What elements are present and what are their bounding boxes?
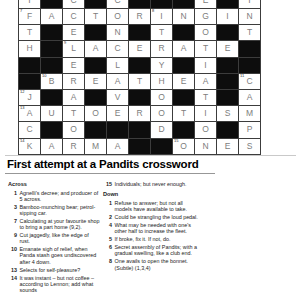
letter-cell[interactable]: O [63,122,84,137]
cell-letter: F [27,12,32,21]
cell-letter: O [70,125,77,134]
cell-letter: E [71,28,77,37]
letter-cell[interactable]: O [195,25,216,40]
letter-cell[interactable]: U [41,106,62,121]
black-cell [173,90,194,105]
black-cell [85,90,106,105]
letter-cell[interactable]: E [129,41,150,56]
letter-cell[interactable]: A [63,90,84,105]
letter-cell[interactable]: H [151,74,172,89]
clue-num: 8 [103,258,115,270]
clue-item: 15Individuals; but never enough. [103,181,198,187]
cell-letter: C [114,44,120,53]
letter-cell[interactable]: E [63,58,84,73]
black-cell [217,122,238,137]
letter-cell[interactable]: 13A [19,106,40,121]
cell-letter: A [49,142,55,151]
cell-letter: J [27,93,31,102]
cell-letter: O [114,12,121,21]
cell-letter: A [203,77,209,86]
cell-letter: L [71,44,76,53]
clue-item: 2Could be strangling the loud pedal. [103,214,198,220]
letter-cell[interactable]: C [19,122,40,137]
cell-letter: I [204,61,206,70]
letter-cell[interactable]: T [239,25,260,40]
cell-letter: L [115,61,120,70]
cell-letter: T [181,109,186,118]
cell-letter: A [27,109,33,118]
letter-cell[interactable]: A [173,41,194,56]
cell-letter: H [26,44,32,53]
black-cell [41,122,62,137]
clue-item: 8One avails to open the bonnet. (Subtle)… [103,258,198,270]
cell-letter: T [159,28,164,37]
cell-letter: O [92,109,99,118]
cell-letter: E [93,77,99,86]
cell-letter: E [203,0,209,5]
black-cell [129,90,150,105]
clue-text: Selects for self-pleasure? [20,267,101,273]
letter-cell[interactable]: 14K [19,139,40,154]
letter-cell[interactable]: O [195,122,216,137]
letter-cell[interactable]: T [151,25,172,40]
cell-clue-number: 9 [64,41,66,46]
clue-item: 14It was instant – but not coffee – acco… [8,275,100,293]
cell-letter: E [225,142,231,151]
clue-text: Cut jaggedly, like the edge of rust. [20,232,101,244]
black-cell [41,0,62,8]
black-cell [19,74,40,89]
cell-letter: N [246,12,252,21]
across-clues-list: 1Agnelli's decree; and producer of 5 acr… [8,190,100,293]
clue-item: 1Agnelli's decree; and producer of 5 acr… [8,190,100,202]
cell-letter: P [247,125,253,134]
black-cell [151,0,172,8]
cell-letter: R [136,109,142,118]
cell-letter: C [70,12,76,21]
black-cell [173,58,194,73]
down-header: Down [103,191,198,197]
cell-letter: A [71,93,77,102]
clue-text: Refuse to answer; but not all models hav… [115,200,199,212]
clue-num: 10 [8,246,20,264]
cell-letter: A [247,93,253,102]
letter-cell[interactable]: A [239,90,260,105]
letter-cell[interactable]: 9L [63,41,84,56]
clue-text: Emanate sigh of relief, when Panda stash… [20,246,101,264]
cell-letter: H [158,77,164,86]
cell-clue-number: 13 [20,106,24,111]
letter-cell[interactable]: T [63,106,84,121]
letter-cell[interactable]: R [63,139,84,154]
cell-letter: A [115,142,121,151]
letter-cell[interactable]: A [85,41,106,56]
black-cell [41,25,62,40]
cell-letter: E [115,109,121,118]
clue-item: 5If broke, fix it. If not, do. [103,236,198,242]
cell-clue-number: 15 [174,139,178,144]
clue-item: 10Emanate sigh of relief, when Panda sta… [8,246,100,264]
cell-letter: A [93,44,99,53]
black-cell [85,122,106,137]
title-divider [5,173,215,174]
across-overflow-list: 15Individuals; but never enough. [103,181,198,187]
clue-num: 1 [103,200,115,212]
clue-num: 2 [103,214,115,220]
black-cell [217,90,238,105]
black-cell [41,41,62,56]
letter-cell[interactable]: N [195,139,216,154]
cell-letter: T [247,28,252,37]
cell-letter: T [71,109,76,118]
black-cell [151,139,172,154]
cell-clue-number: 11 [240,74,244,79]
letter-cell[interactable]: 12J [19,90,40,105]
clue-num: 6 [103,244,115,256]
letter-cell[interactable]: L [107,58,128,73]
crossword-grid: ICCEI7FACTOR8INGINTENTOTH9LACERATEELYI10… [18,0,261,155]
clue-text: Could be strangling the loud pedal. [115,214,199,220]
cell-letter: I [28,0,30,5]
letter-cell[interactable]: S [217,106,238,121]
letter-cell[interactable]: R [151,41,172,56]
letter-cell[interactable]: R [63,74,84,89]
clue-text: Secret assembly of Pandits; with a gradu… [115,244,199,256]
letter-cell[interactable]: Y [151,58,172,73]
clue-text: If broke, fix it. If not, do. [115,236,199,242]
cell-clue-number: 10 [42,74,46,79]
cell-letter: O [180,142,187,151]
cell-letter: E [181,77,187,86]
down-clue-column: 15Individuals; but never enough. Down 1R… [103,181,198,273]
black-cell [173,25,194,40]
clue-item: 4What may be needed with one's other hal… [103,222,198,234]
letter-cell[interactable]: 7F [19,9,40,24]
black-cell [85,58,106,73]
letter-cell[interactable]: N [239,9,260,24]
letter-cell[interactable]: 8I [151,9,172,24]
letter-cell[interactable]: T [85,9,106,24]
letter-cell[interactable]: T [195,90,216,105]
letter-cell[interactable]: N [173,9,194,24]
cell-letter: B [49,77,55,86]
letter-cell[interactable]: I [239,0,260,8]
letter-cell[interactable]: E [217,41,238,56]
cell-letter: D [158,125,164,134]
letter-cell[interactable]: C [63,9,84,24]
clue-item: 3Bamboo-munching bear; petrol-sipping ca… [8,204,100,216]
letter-cell[interactable]: T [129,74,150,89]
letter-cell[interactable]: P [239,122,260,137]
black-cell [129,58,150,73]
letter-cell[interactable]: A [41,139,62,154]
cell-clue-number: 14 [20,139,24,144]
letter-cell[interactable]: O [151,90,172,105]
cell-letter: O [202,28,209,37]
cell-letter: R [136,12,142,21]
clue-item: 6Secret assembly of Pandits; with a grad… [103,244,198,256]
clue-item: 7Calculating at your favourite shop to b… [8,218,100,230]
black-cell [129,0,150,8]
letter-cell[interactable]: E [85,74,106,89]
cell-letter: I [160,12,162,21]
clue-text: Calculating at your favourite shop to br… [20,218,101,230]
cell-letter: C [70,0,76,5]
cell-letter: M [92,142,99,151]
black-cell [173,0,194,8]
cell-letter: G [202,12,209,21]
cell-letter: I [248,0,250,5]
cell-letter: U [48,109,54,118]
letter-cell[interactable]: E [173,74,194,89]
cell-letter: O [158,93,165,102]
letter-cell[interactable]: E [63,25,84,40]
cell-letter: S [225,109,231,118]
letter-cell[interactable]: I [195,58,216,73]
letter-cell[interactable]: E [107,106,128,121]
black-cell [217,0,238,8]
across-clue-column: Across 1Agnelli's decree; and producer o… [8,181,100,295]
letter-cell[interactable]: 15O [173,139,194,154]
cell-letter: O [202,125,209,134]
letter-cell[interactable]: T [19,25,40,40]
clue-text: Bamboo-munching bear; petrol-sipping car… [20,204,101,216]
down-clues-list: 1Refuse to answer; but not all models ha… [103,200,198,271]
letter-cell[interactable]: R [129,9,150,24]
letter-cell[interactable]: I [19,0,40,8]
black-cell [19,58,40,73]
letter-cell[interactable]: N [107,25,128,40]
clue-item: 1Refuse to answer; but not all models ha… [103,200,198,212]
cell-letter: K [27,142,33,151]
clue-text: It was instant – but not coffee – accord… [20,275,101,293]
clue-num: 4 [103,222,115,234]
clue-num: 5 [103,236,115,242]
cell-letter: R [158,44,164,53]
clue-item: 13Selects for self-pleasure? [8,267,100,273]
clue-text: Individuals; but never enough. [115,181,199,187]
letter-cell[interactable]: C [63,0,84,8]
cell-letter: N [202,142,208,151]
black-cell [239,58,260,73]
letter-cell[interactable]: E [217,139,238,154]
cell-letter: C [246,77,252,86]
page-title: First attempt at a Pandits crossword [7,158,199,170]
cell-letter: T [27,28,32,37]
letter-cell[interactable]: O [85,106,106,121]
cell-letter: R [70,77,76,86]
clue-num: 13 [8,267,20,273]
clue-num: 1 [8,190,20,202]
across-header: Across [8,181,100,187]
letter-cell[interactable]: A [107,74,128,89]
cell-letter: O [158,109,165,118]
letter-cell[interactable]: D [151,122,172,137]
cell-clue-number: 12 [20,90,24,95]
cell-letter: T [203,44,208,53]
cell-letter: A [181,44,187,53]
letter-cell[interactable]: I [217,9,238,24]
cell-letter: T [93,12,98,21]
page: ICCEI7FACTOR8INGINTENTOTH9LACERATEELYI10… [0,0,300,300]
black-cell [239,41,260,56]
cell-letter: T [137,77,142,86]
cell-letter: E [225,44,231,53]
clue-num: 7 [8,218,20,230]
letter-cell[interactable]: A [195,74,216,89]
black-cell [217,25,238,40]
letter-cell[interactable]: 11C [239,74,260,89]
cell-letter: V [115,93,121,102]
black-cell [173,122,194,137]
clue-num: 14 [8,275,20,293]
black-cell [129,139,150,154]
cell-letter: I [226,12,228,21]
letter-cell[interactable]: A [41,9,62,24]
letter-cell[interactable]: E [195,0,216,8]
black-cell [41,58,62,73]
cell-letter: R [70,142,76,151]
cell-letter: Y [159,61,165,70]
letter-cell[interactable]: M [239,106,260,121]
top-divider [5,155,296,156]
clue-item: 9Cut jaggedly, like the edge of rust. [8,232,100,244]
clue-num: 15 [103,181,115,187]
cell-clue-number: 7 [20,9,22,14]
black-cell [129,25,150,40]
letter-cell[interactable]: T [173,106,194,121]
cell-letter: E [137,44,143,53]
black-cell [85,0,106,8]
cell-letter: I [204,109,206,118]
cell-letter: C [26,125,32,134]
letter-cell[interactable]: A [107,139,128,154]
letter-cell[interactable]: H [19,41,40,56]
black-cell [107,122,128,137]
letter-cell[interactable]: O [151,106,172,121]
letter-cell[interactable]: R [129,106,150,121]
cell-letter: S [247,142,253,151]
cell-letter: N [114,28,120,37]
cell-letter: E [71,61,77,70]
cell-letter: A [49,12,55,21]
black-cell [85,25,106,40]
clue-text: One avails to open the bonnet. (Subtle) … [115,258,199,270]
black-cell [217,74,238,89]
cell-letter: M [246,109,253,118]
letter-cell[interactable]: O [107,9,128,24]
letter-cell[interactable]: M [85,139,106,154]
cell-clue-number: 8 [152,9,154,14]
letter-cell[interactable]: V [107,90,128,105]
letter-cell[interactable]: C [107,0,128,8]
letter-cell[interactable]: G [195,9,216,24]
letter-cell[interactable]: I [195,106,216,121]
clue-num: 9 [8,232,20,244]
clue-text: Agnelli's decree; and producer of 5 acro… [20,190,101,202]
cell-letter: N [180,12,186,21]
cell-letter: T [203,93,208,102]
letter-cell[interactable]: T [195,41,216,56]
letter-cell[interactable]: 10B [41,74,62,89]
black-cell [41,90,62,105]
letter-cell[interactable]: S [239,139,260,154]
letter-cell[interactable]: C [107,41,128,56]
black-cell [129,122,150,137]
cell-letter: C [114,0,120,5]
clue-num: 3 [8,204,20,216]
cell-letter: A [115,77,121,86]
black-cell [217,58,238,73]
clue-text: What may be needed with one's other half… [115,222,199,234]
